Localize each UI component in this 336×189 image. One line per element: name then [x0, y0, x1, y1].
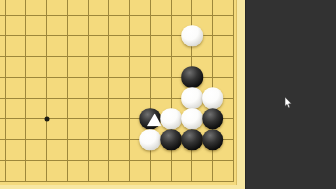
grid-hline [0, 56, 234, 57]
white-stone [181, 87, 203, 109]
white-stone [181, 25, 203, 47]
white-stone [160, 108, 182, 130]
black-stone [160, 129, 182, 151]
black-stone [202, 108, 224, 130]
black-stone [202, 129, 224, 151]
right-panel [245, 0, 336, 189]
board-edge-bevel-right [236, 0, 245, 189]
go-board[interactable] [0, 0, 245, 189]
grid-hline [0, 15, 234, 16]
grid-vline [233, 0, 234, 182]
grid-hline [0, 181, 234, 182]
mouse-cursor-icon [284, 97, 292, 109]
grid-vline [129, 0, 130, 182]
grid-vline [5, 0, 6, 182]
grid-vline [67, 0, 68, 182]
grid-vline [46, 0, 47, 182]
white-stone [181, 108, 203, 130]
grid-vline [25, 0, 26, 182]
grid-hline [0, 160, 234, 161]
grid-vline [88, 0, 89, 182]
star-point [44, 116, 49, 121]
grid-vline [108, 0, 109, 182]
app-screen [0, 0, 336, 189]
grid-vline [171, 0, 172, 182]
black-stone [140, 108, 162, 130]
white-stone [140, 129, 162, 151]
black-stone [181, 129, 203, 151]
white-stone [202, 87, 224, 109]
grid-vline [150, 0, 151, 182]
board-edge-bevel-bottom [0, 185, 237, 189]
black-stone [181, 67, 203, 89]
